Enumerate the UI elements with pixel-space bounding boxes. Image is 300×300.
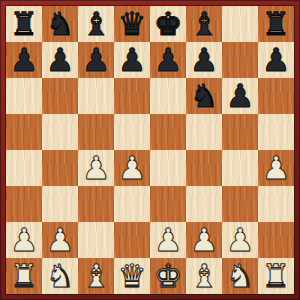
piece-black-pawn[interactable]: ♟	[114, 42, 150, 78]
square-c4[interactable]: ♟	[78, 150, 114, 186]
piece-white-king[interactable]: ♚	[150, 258, 186, 294]
square-d7[interactable]: ♟	[114, 42, 150, 78]
square-h6[interactable]	[258, 78, 294, 114]
piece-black-knight[interactable]: ♞	[42, 6, 78, 42]
piece-white-pawn[interactable]: ♟	[78, 150, 114, 186]
square-a1[interactable]: ♜	[6, 258, 42, 294]
piece-white-bishop[interactable]: ♝	[186, 258, 222, 294]
square-d2[interactable]	[114, 222, 150, 258]
square-g2[interactable]: ♟	[222, 222, 258, 258]
piece-black-pawn[interactable]: ♟	[222, 78, 258, 114]
square-d6[interactable]	[114, 78, 150, 114]
square-a5[interactable]	[6, 114, 42, 150]
square-e7[interactable]: ♟	[150, 42, 186, 78]
square-f4[interactable]	[186, 150, 222, 186]
square-h4[interactable]: ♟	[258, 150, 294, 186]
square-a7[interactable]: ♟	[6, 42, 42, 78]
piece-black-pawn[interactable]: ♟	[6, 42, 42, 78]
square-f8[interactable]: ♝	[186, 6, 222, 42]
square-a3[interactable]	[6, 186, 42, 222]
piece-white-knight[interactable]: ♞	[222, 258, 258, 294]
piece-white-pawn[interactable]: ♟	[6, 222, 42, 258]
square-a2[interactable]: ♟	[6, 222, 42, 258]
square-d3[interactable]	[114, 186, 150, 222]
piece-black-pawn[interactable]: ♟	[78, 42, 114, 78]
square-f3[interactable]	[186, 186, 222, 222]
square-e5[interactable]	[150, 114, 186, 150]
square-d5[interactable]	[114, 114, 150, 150]
square-f1[interactable]: ♝	[186, 258, 222, 294]
square-c7[interactable]: ♟	[78, 42, 114, 78]
piece-white-pawn[interactable]: ♟	[114, 150, 150, 186]
square-c6[interactable]	[78, 78, 114, 114]
square-h5[interactable]	[258, 114, 294, 150]
square-e3[interactable]	[150, 186, 186, 222]
square-c2[interactable]	[78, 222, 114, 258]
square-e4[interactable]	[150, 150, 186, 186]
piece-black-pawn[interactable]: ♟	[42, 42, 78, 78]
square-b6[interactable]	[42, 78, 78, 114]
square-g1[interactable]: ♞	[222, 258, 258, 294]
square-a4[interactable]	[6, 150, 42, 186]
piece-black-pawn[interactable]: ♟	[150, 42, 186, 78]
square-b1[interactable]: ♞	[42, 258, 78, 294]
chess-board: ♜♞♝♛♚♝♜♟♟♟♟♟♟♟♞♟♟♟♟♟♟♟♟♟♜♞♝♛♚♝♞♜	[6, 6, 294, 294]
piece-black-pawn[interactable]: ♟	[258, 42, 294, 78]
piece-white-pawn[interactable]: ♟	[42, 222, 78, 258]
square-f5[interactable]	[186, 114, 222, 150]
square-e8[interactable]: ♚	[150, 6, 186, 42]
piece-white-pawn[interactable]: ♟	[258, 150, 294, 186]
piece-black-bishop[interactable]: ♝	[186, 6, 222, 42]
square-a8[interactable]: ♜	[6, 6, 42, 42]
square-f6[interactable]: ♞	[186, 78, 222, 114]
piece-black-pawn[interactable]: ♟	[186, 42, 222, 78]
square-h8[interactable]: ♜	[258, 6, 294, 42]
square-h2[interactable]	[258, 222, 294, 258]
square-c8[interactable]: ♝	[78, 6, 114, 42]
square-g8[interactable]	[222, 6, 258, 42]
square-g3[interactable]	[222, 186, 258, 222]
square-b2[interactable]: ♟	[42, 222, 78, 258]
piece-white-rook[interactable]: ♜	[258, 258, 294, 294]
board-frame: ♜♞♝♛♚♝♜♟♟♟♟♟♟♟♞♟♟♟♟♟♟♟♟♟♜♞♝♛♚♝♞♜	[0, 0, 300, 300]
square-h3[interactable]	[258, 186, 294, 222]
square-e1[interactable]: ♚	[150, 258, 186, 294]
piece-black-king[interactable]: ♚	[150, 6, 186, 42]
square-f7[interactable]: ♟	[186, 42, 222, 78]
square-b7[interactable]: ♟	[42, 42, 78, 78]
square-c5[interactable]	[78, 114, 114, 150]
square-c3[interactable]	[78, 186, 114, 222]
square-f2[interactable]: ♟	[186, 222, 222, 258]
square-g7[interactable]	[222, 42, 258, 78]
square-g5[interactable]	[222, 114, 258, 150]
piece-white-pawn[interactable]: ♟	[222, 222, 258, 258]
piece-black-knight[interactable]: ♞	[186, 78, 222, 114]
square-g4[interactable]	[222, 150, 258, 186]
piece-white-pawn[interactable]: ♟	[150, 222, 186, 258]
piece-black-rook[interactable]: ♜	[6, 6, 42, 42]
square-h1[interactable]: ♜	[258, 258, 294, 294]
square-b4[interactable]	[42, 150, 78, 186]
piece-white-knight[interactable]: ♞	[42, 258, 78, 294]
square-d1[interactable]: ♛	[114, 258, 150, 294]
square-h7[interactable]: ♟	[258, 42, 294, 78]
square-c1[interactable]: ♝	[78, 258, 114, 294]
piece-black-rook[interactable]: ♜	[258, 6, 294, 42]
piece-black-bishop[interactable]: ♝	[78, 6, 114, 42]
piece-white-rook[interactable]: ♜	[6, 258, 42, 294]
square-b5[interactable]	[42, 114, 78, 150]
piece-white-pawn[interactable]: ♟	[186, 222, 222, 258]
piece-white-bishop[interactable]: ♝	[78, 258, 114, 294]
square-e2[interactable]: ♟	[150, 222, 186, 258]
square-b3[interactable]	[42, 186, 78, 222]
square-b8[interactable]: ♞	[42, 6, 78, 42]
square-d4[interactable]: ♟	[114, 150, 150, 186]
square-g6[interactable]: ♟	[222, 78, 258, 114]
square-a6[interactable]	[6, 78, 42, 114]
piece-white-queen[interactable]: ♛	[114, 258, 150, 294]
piece-black-queen[interactable]: ♛	[114, 6, 150, 42]
square-e6[interactable]	[150, 78, 186, 114]
square-d8[interactable]: ♛	[114, 6, 150, 42]
